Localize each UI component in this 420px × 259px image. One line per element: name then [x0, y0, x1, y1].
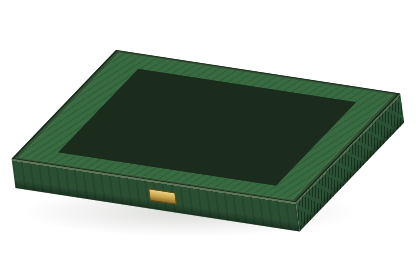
pieces-layer: [0, 0, 420, 259]
scene: [0, 0, 420, 259]
